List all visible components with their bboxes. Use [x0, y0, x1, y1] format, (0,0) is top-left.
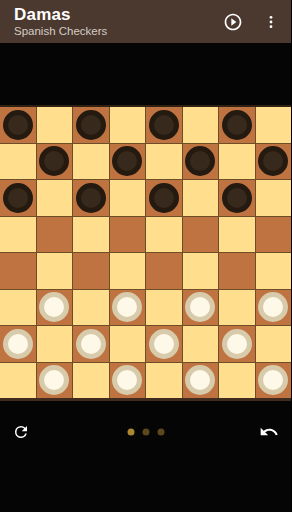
board-square[interactable]: [0, 107, 36, 143]
board-square[interactable]: [37, 363, 73, 399]
board-square[interactable]: [146, 326, 182, 362]
dark-piece[interactable]: [76, 110, 106, 140]
board-square[interactable]: [219, 326, 255, 362]
page-indicator: [127, 429, 164, 436]
board-square[interactable]: [219, 363, 255, 399]
board-square[interactable]: [73, 253, 109, 289]
board-square[interactable]: [256, 363, 292, 399]
light-piece[interactable]: [39, 292, 69, 322]
light-piece[interactable]: [258, 292, 288, 322]
board-square[interactable]: [256, 217, 292, 253]
board-square[interactable]: [0, 290, 36, 326]
board-square[interactable]: [256, 180, 292, 216]
undo-icon: [259, 422, 279, 442]
board-square[interactable]: [0, 144, 36, 180]
app-bar: Damas Spanish Checkers: [0, 0, 291, 43]
app-screen: Damas Spanish Checkers: [0, 0, 291, 512]
top-gap: [0, 43, 291, 105]
board-square[interactable]: [146, 107, 182, 143]
title-block: Damas Spanish Checkers: [14, 5, 223, 38]
board-square[interactable]: [146, 363, 182, 399]
page-dot: [142, 429, 149, 436]
board-square[interactable]: [37, 180, 73, 216]
board-square[interactable]: [146, 253, 182, 289]
board-square[interactable]: [110, 290, 146, 326]
board-square[interactable]: [146, 180, 182, 216]
board-square[interactable]: [183, 144, 219, 180]
light-piece[interactable]: [112, 292, 142, 322]
board-square[interactable]: [0, 180, 36, 216]
board-square[interactable]: [183, 326, 219, 362]
board-square[interactable]: [73, 290, 109, 326]
dark-piece[interactable]: [149, 110, 179, 140]
dark-piece[interactable]: [39, 146, 69, 176]
board-square[interactable]: [0, 253, 36, 289]
app-subtitle: Spanish Checkers: [14, 24, 223, 38]
play-button[interactable]: [223, 12, 243, 32]
board-square[interactable]: [73, 363, 109, 399]
board-square[interactable]: [183, 217, 219, 253]
menu-button[interactable]: [263, 14, 279, 30]
light-piece[interactable]: [112, 365, 142, 395]
page-dot: [127, 429, 134, 436]
board-square[interactable]: [146, 217, 182, 253]
board-square[interactable]: [256, 253, 292, 289]
board-square[interactable]: [219, 253, 255, 289]
board-square[interactable]: [256, 144, 292, 180]
board-square[interactable]: [73, 180, 109, 216]
board-square[interactable]: [183, 180, 219, 216]
board-square[interactable]: [219, 144, 255, 180]
board-square[interactable]: [37, 253, 73, 289]
bottom-controls: [0, 422, 291, 442]
board-square[interactable]: [110, 144, 146, 180]
board-square[interactable]: [37, 217, 73, 253]
light-piece[interactable]: [185, 292, 215, 322]
board-square[interactable]: [110, 253, 146, 289]
dark-piece[interactable]: [222, 110, 252, 140]
board-square[interactable]: [219, 217, 255, 253]
checkers-board: [0, 105, 291, 401]
board-square[interactable]: [110, 217, 146, 253]
board-square[interactable]: [110, 180, 146, 216]
board-square[interactable]: [0, 217, 36, 253]
light-piece[interactable]: [222, 329, 252, 359]
dark-piece[interactable]: [3, 183, 33, 213]
board-square[interactable]: [219, 290, 255, 326]
board-square[interactable]: [256, 326, 292, 362]
dark-piece[interactable]: [258, 146, 288, 176]
board-square[interactable]: [219, 180, 255, 216]
board-square[interactable]: [37, 144, 73, 180]
board-square[interactable]: [183, 107, 219, 143]
board-square[interactable]: [37, 326, 73, 362]
light-piece[interactable]: [185, 365, 215, 395]
board-square[interactable]: [73, 217, 109, 253]
dark-piece[interactable]: [112, 146, 142, 176]
board-square[interactable]: [256, 290, 292, 326]
board-square[interactable]: [219, 107, 255, 143]
board-square[interactable]: [0, 326, 36, 362]
page-dot: [157, 429, 164, 436]
board-square[interactable]: [183, 253, 219, 289]
play-circle-icon: [223, 12, 243, 32]
dark-piece[interactable]: [222, 183, 252, 213]
board-square[interactable]: [110, 363, 146, 399]
undo-button[interactable]: [259, 422, 279, 442]
board-square[interactable]: [37, 290, 73, 326]
refresh-icon: [12, 423, 30, 441]
light-piece[interactable]: [39, 365, 69, 395]
dark-piece[interactable]: [76, 183, 106, 213]
dark-piece[interactable]: [149, 183, 179, 213]
board-square[interactable]: [110, 326, 146, 362]
board-square[interactable]: [146, 144, 182, 180]
board-square[interactable]: [73, 107, 109, 143]
board-square[interactable]: [256, 107, 292, 143]
light-piece[interactable]: [3, 329, 33, 359]
refresh-button[interactable]: [12, 423, 30, 441]
board-square[interactable]: [0, 363, 36, 399]
board-square[interactable]: [183, 290, 219, 326]
board-square[interactable]: [183, 363, 219, 399]
board-square[interactable]: [146, 290, 182, 326]
light-piece[interactable]: [149, 329, 179, 359]
app-title: Damas: [14, 5, 223, 24]
board-square[interactable]: [37, 107, 73, 143]
board-square[interactable]: [73, 326, 109, 362]
board-square[interactable]: [110, 107, 146, 143]
header-actions: [223, 12, 279, 32]
overflow-menu-icon: [263, 14, 279, 30]
dark-piece[interactable]: [185, 146, 215, 176]
dark-piece[interactable]: [3, 110, 33, 140]
light-piece[interactable]: [258, 365, 288, 395]
light-piece[interactable]: [76, 329, 106, 359]
board-square[interactable]: [73, 144, 109, 180]
